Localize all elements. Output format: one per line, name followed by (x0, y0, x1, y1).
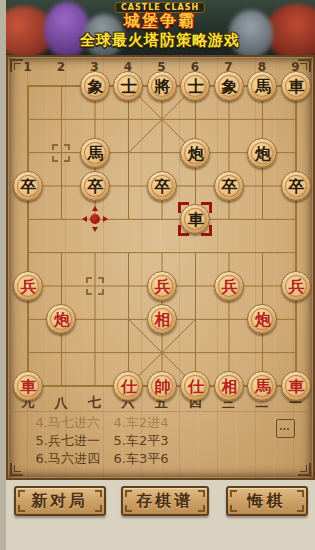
piece-black-馬[interactable]: 馬 (80, 138, 110, 168)
panel-corner-ornament (298, 463, 311, 476)
piece-red-兵[interactable]: 兵 (13, 271, 43, 301)
red-move-text: 5.兵七进一 (36, 432, 114, 449)
bottom-file-label: 七 (85, 394, 105, 412)
piece-black-象[interactable]: 象 (214, 71, 244, 101)
new-game-label: 新对局 (31, 491, 88, 510)
piece-black-馬[interactable]: 馬 (247, 71, 277, 101)
piece-red-炮[interactable]: 炮 (247, 304, 277, 334)
piece-red-兵[interactable]: 兵 (281, 271, 311, 301)
board-panel: 123456789九八七六五四三二一 象士將士象馬車馬炮炮卒卒卒卒卒車兵兵兵兵炮… (6, 55, 315, 480)
piece-black-卒[interactable]: 卒 (13, 171, 43, 201)
piece-red-兵[interactable]: 兵 (147, 271, 177, 301)
undo-move-button[interactable]: 悔棋 (226, 486, 308, 516)
move-row: 4.马七进六4.车2进4 (36, 414, 169, 431)
bottom-file-label: 八 (51, 394, 71, 412)
piece-black-士[interactable]: 士 (180, 71, 210, 101)
piece-red-車[interactable]: 車 (13, 371, 43, 401)
piece-black-車[interactable]: 車 (281, 71, 311, 101)
piece-red-車[interactable]: 車 (281, 371, 311, 401)
red-move-text: 6.马六进四 (36, 450, 114, 467)
panel-corner-ornament (10, 463, 23, 476)
last-move-origin-marker (90, 214, 100, 224)
undo-move-label: 悔棋 (248, 491, 286, 510)
piece-black-炮[interactable]: 炮 (180, 138, 210, 168)
save-record-label: 存棋谱 (136, 491, 193, 510)
app-screen: CASTLE CLASH 城堡争霸 全球最火塔防策略游戏 123456789九八… (6, 0, 315, 550)
black-move-text: 5.车2平3 (114, 433, 169, 448)
save-record-button[interactable]: 存棋谱 (121, 486, 209, 516)
ad-title: 城堡争霸 (124, 11, 196, 32)
top-file-label: 1 (18, 60, 38, 74)
move-row: 6.马六进四6.车3平6 (36, 450, 169, 467)
piece-black-士[interactable]: 士 (113, 71, 143, 101)
piece-red-兵[interactable]: 兵 (214, 271, 244, 301)
piece-red-相[interactable]: 相 (147, 304, 177, 334)
panel-seam (14, 411, 307, 412)
earlier-move-origin-marker (52, 144, 70, 162)
ad-subtitle: 全球最火塔防策略游戏 (80, 31, 240, 50)
piece-black-將[interactable]: 將 (147, 71, 177, 101)
top-file-label: 2 (51, 60, 71, 74)
piece-black-象[interactable]: 象 (80, 71, 110, 101)
piece-red-帥[interactable]: 帥 (147, 371, 177, 401)
xiangqi-grid (27, 85, 297, 387)
piece-black-卒[interactable]: 卒 (281, 171, 311, 201)
piece-black-卒[interactable]: 卒 (80, 171, 110, 201)
piece-red-仕[interactable]: 仕 (113, 371, 143, 401)
piece-black-卒[interactable]: 卒 (214, 171, 244, 201)
piece-red-炮[interactable]: 炮 (46, 304, 76, 334)
black-move-text: 4.车2进4 (114, 415, 169, 430)
move-row: 5.兵七进一5.车2平3 (36, 432, 169, 449)
piece-black-卒[interactable]: 卒 (147, 171, 177, 201)
red-move-text: 4.马七进六 (36, 414, 114, 431)
new-game-button[interactable]: 新对局 (14, 486, 106, 516)
piece-red-仕[interactable]: 仕 (180, 371, 210, 401)
black-move-text: 6.车3平6 (114, 451, 169, 466)
ad-banner[interactable]: CASTLE CLASH 城堡争霸 全球最火塔防策略游戏 (6, 0, 315, 55)
earlier-move-origin-marker (86, 277, 104, 295)
piece-black-炮[interactable]: 炮 (247, 138, 277, 168)
piece-black-車[interactable]: 車 (180, 204, 210, 234)
piece-red-馬[interactable]: 馬 (247, 371, 277, 401)
piece-red-相[interactable]: 相 (214, 371, 244, 401)
more-moves-button[interactable]: ••• (276, 419, 295, 438)
